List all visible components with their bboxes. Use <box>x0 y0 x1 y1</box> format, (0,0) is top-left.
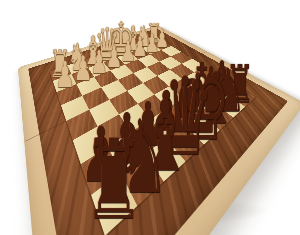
chess-set-photo: ♜♞♝♛♚♝♞♜♟♟♟♟♟♟♟♟♟♟♟♟♟♟♟♟♜♞♝♛♚♝♞♜ <box>0 0 300 235</box>
